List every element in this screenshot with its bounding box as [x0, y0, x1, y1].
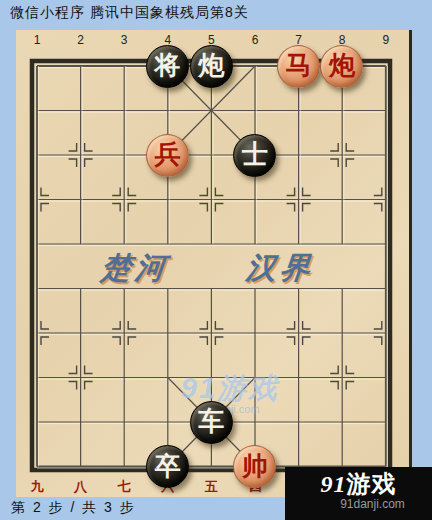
pieces-layer: 将炮马炮兵士车卒帅	[15, 44, 407, 489]
piece-red-pawn[interactable]: 兵	[146, 134, 189, 177]
move-counter: 第 2 步 / 共 3 步	[11, 499, 136, 519]
piece-black-advisor[interactable]: 士	[233, 134, 276, 177]
piece-black-cannon[interactable]: 炮	[190, 45, 233, 88]
piece-red-cannon[interactable]: 炮	[320, 45, 363, 88]
piece-black-pawn[interactable]: 卒	[146, 445, 189, 488]
xiangqi-board[interactable]: 123456789 九八七六五四 楚河 汉界 91游戏 91danji.com …	[16, 30, 412, 497]
app-window: 微信小程序 腾讯中国象棋残局第8关 123456789 九八七六五四 楚河 汉界…	[0, 0, 432, 520]
piece-black-general[interactable]: 将	[146, 45, 189, 88]
piece-red-general[interactable]: 帅	[233, 445, 276, 488]
brand-logo: 91游戏	[285, 471, 432, 497]
window-title: 微信小程序 腾讯中国象棋残局第8关	[10, 4, 430, 26]
brand-logo-number: 91	[321, 471, 347, 497]
brand-logo-text: 游戏	[347, 470, 397, 497]
brand-url: 91danji.com	[285, 497, 432, 511]
watermark-91games-box: 91游戏 91danji.com	[285, 467, 432, 520]
piece-red-horse[interactable]: 马	[277, 45, 320, 88]
piece-black-chariot[interactable]: 车	[190, 401, 233, 444]
